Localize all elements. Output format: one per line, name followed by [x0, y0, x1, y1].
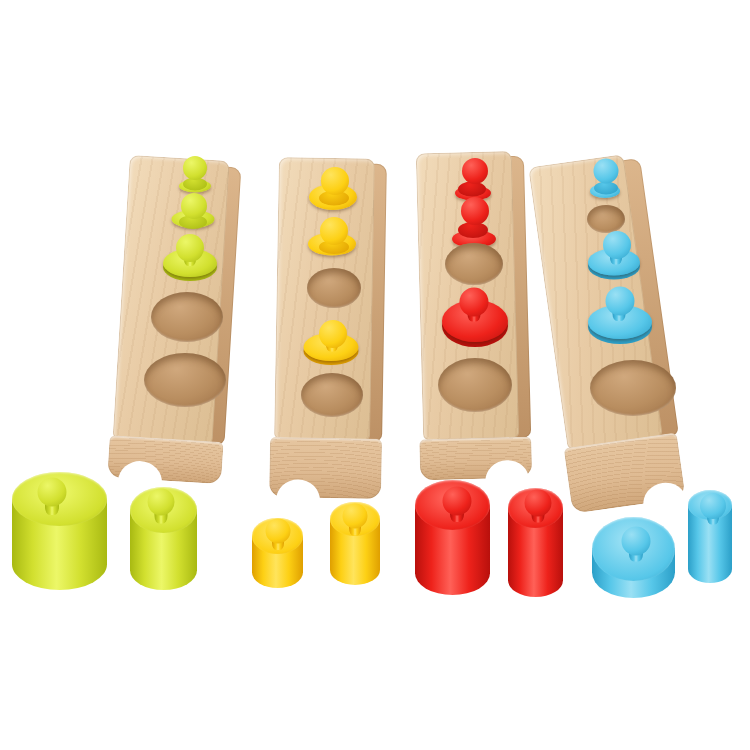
- loose-cylinder-red-largest[interactable]: [415, 480, 490, 595]
- yellow-socket-5-empty[interactable]: [301, 373, 363, 417]
- green-socket-4-empty[interactable]: [151, 292, 223, 342]
- blue-cylinder-3-knob[interactable]: [603, 231, 631, 259]
- blue-socket-2-empty[interactable]: [587, 205, 625, 233]
- cylinder-knob: [700, 493, 726, 519]
- yellow-cylinder-2-knob[interactable]: [320, 217, 348, 245]
- red-cylinder-1-knob[interactable]: [462, 158, 488, 184]
- green-socket-5-empty[interactable]: [144, 353, 226, 407]
- cylinder-knob: [266, 519, 291, 544]
- red-socket-3-empty[interactable]: [445, 243, 503, 285]
- loose-cylinder-blue-small-narrow[interactable]: [688, 490, 732, 583]
- cylinder-knob: [622, 527, 651, 556]
- loose-cylinder-green-largest[interactable]: [12, 472, 107, 590]
- green-cylinder-3-knob[interactable]: [176, 234, 204, 262]
- cylinder-knob: [443, 487, 472, 516]
- blue-socket-5-empty[interactable]: [590, 360, 676, 416]
- yellow-cylinder-1-knob[interactable]: [321, 167, 349, 195]
- block-yellow-front-face: [269, 437, 382, 499]
- loose-cylinder-green-large[interactable]: [130, 487, 197, 590]
- green-cylinder-1-knob[interactable]: [183, 156, 207, 180]
- cylinder-knob: [343, 504, 368, 529]
- red-cylinder-4-knob[interactable]: [460, 288, 489, 317]
- yellow-socket-3-empty[interactable]: [307, 268, 361, 308]
- blue-cylinder-4-knob[interactable]: [606, 287, 635, 316]
- block-red-base-notch: [485, 460, 530, 487]
- red-socket-5-empty[interactable]: [438, 358, 512, 412]
- red-cylinder-2-knob[interactable]: [461, 197, 489, 225]
- cylinder-knob: [38, 478, 67, 507]
- block-blue-front-face: [564, 432, 686, 513]
- block-red-front-face: [419, 437, 532, 481]
- blue-cylinder-1-knob[interactable]: [594, 159, 619, 184]
- green-cylinder-2-knob[interactable]: [181, 193, 207, 219]
- toy-scene: [0, 0, 750, 750]
- block-green-base-notch: [118, 460, 164, 489]
- yellow-cylinder-4-knob[interactable]: [319, 320, 347, 348]
- block-blue-base-notch: [640, 480, 687, 512]
- block-green-front-face: [107, 435, 223, 484]
- cylinder-knob: [525, 490, 552, 517]
- loose-cylinder-yellow-small-tall[interactable]: [330, 502, 380, 585]
- loose-cylinder-blue-wide-flat[interactable]: [592, 517, 675, 598]
- loose-cylinder-yellow-small-squat[interactable]: [252, 518, 303, 588]
- cylinder-knob: [148, 489, 175, 516]
- block-yellow-base-notch: [276, 479, 320, 506]
- loose-cylinder-red-large[interactable]: [508, 488, 563, 597]
